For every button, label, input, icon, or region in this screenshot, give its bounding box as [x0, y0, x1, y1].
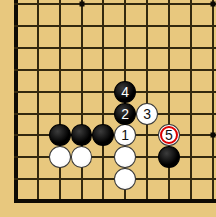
board-intersection-c8-r3 [158, 146, 180, 168]
stone-white [71, 146, 93, 168]
stone-black [71, 124, 93, 146]
move-number-label: 4 [121, 85, 129, 99]
stone-white [114, 146, 136, 168]
board-stone-grid: 12345 [5, 0, 216, 212]
board-intersection-c6-r6: 4 [114, 81, 136, 103]
stone-white-move-5: 5 [158, 124, 180, 146]
stone-white [49, 146, 71, 168]
board-intersection-c6-r3 [114, 146, 136, 168]
move-number-label: 5 [165, 128, 173, 142]
go-board: 12345 [0, 0, 216, 217]
move-number-label: 3 [143, 107, 151, 121]
stone-white-move-1: 1 [114, 124, 136, 146]
board-intersection-c5-r4 [92, 124, 114, 146]
board-intersection-c4-r3 [71, 146, 93, 168]
stone-black-move-2: 2 [114, 103, 136, 125]
board-intersection-c6-r2 [114, 168, 136, 190]
board-intersection-c7-r5: 3 [136, 103, 158, 125]
stone-black [158, 146, 180, 168]
board-intersection-c6-r5: 2 [114, 103, 136, 125]
stone-black-move-4: 4 [114, 81, 136, 103]
board-intersection-c3-r4 [49, 124, 71, 146]
stone-white [114, 168, 136, 190]
stone-white-move-3: 3 [136, 103, 158, 125]
board-intersection-c6-r4: 1 [114, 124, 136, 146]
move-number-label: 2 [121, 107, 129, 121]
board-intersection-c8-r4: 5 [158, 124, 180, 146]
stone-black [49, 124, 71, 146]
move-number-label: 1 [121, 128, 129, 142]
stone-black [92, 124, 114, 146]
board-intersection-c3-r3 [49, 146, 71, 168]
board-intersection-c4-r4 [71, 124, 93, 146]
